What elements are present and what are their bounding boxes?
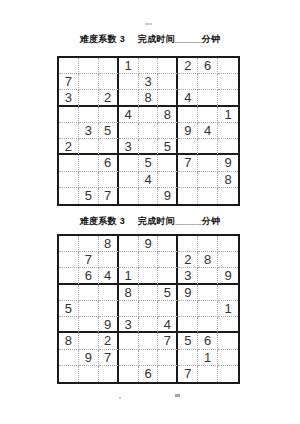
cell-r2c7 [178, 74, 198, 90]
cell-r8c8 [198, 172, 218, 188]
difficulty-label: 难度系数 3 [80, 34, 125, 44]
cell-r1c3 [99, 58, 119, 74]
cell-r5c7: 9 [178, 123, 198, 139]
cell-r1c8: 6 [198, 58, 218, 74]
cell-r4c8 [198, 107, 218, 123]
cell-r4c4: 8 [119, 285, 139, 301]
cell-r4c3 [99, 285, 119, 301]
cell-r7c5 [139, 333, 159, 349]
cell-r7c8 [198, 155, 218, 171]
cell-r4c3 [99, 107, 119, 123]
cell-r7c9 [218, 333, 238, 349]
cell-r3c8 [198, 90, 218, 106]
cell-r5c1 [59, 123, 79, 139]
cell-r5c9: 1 [218, 301, 238, 317]
cell-r2c9 [218, 252, 238, 268]
cell-r6c8 [198, 139, 218, 155]
cell-r1c1 [59, 58, 79, 74]
cell-r6c8 [198, 317, 218, 333]
cell-r3c4: 1 [119, 268, 139, 284]
cell-r9c5 [139, 188, 159, 204]
cell-r3c9 [218, 90, 238, 106]
cell-r4c9 [218, 285, 238, 301]
cell-r9c4 [119, 366, 139, 382]
cell-r1c5 [139, 58, 159, 74]
scan-artifact [119, 397, 121, 399]
cell-r4c2 [79, 107, 99, 123]
cell-r2c3 [99, 252, 119, 268]
cell-r9c1 [59, 366, 79, 382]
puzzle-2-header: 难度系数 3完成时间_____分钟 [0, 215, 300, 228]
cell-r1c1 [59, 236, 79, 252]
cell-r9c6 [158, 366, 178, 382]
cell-r8c4 [119, 350, 139, 366]
cell-r5c4 [119, 123, 139, 139]
cell-r8c8: 1 [198, 350, 218, 366]
cell-r8c9 [218, 350, 238, 366]
completion-time-label: 完成时间 [138, 34, 175, 44]
completion-time-label: 完成时间 [138, 216, 175, 226]
sudoku-worksheet-page: 难度系数 3完成时间_____分钟 1267332844813594235657… [0, 0, 300, 424]
minutes-label: 分钟 [202, 216, 221, 226]
cell-r8c3: 7 [99, 350, 119, 366]
cell-r6c1 [59, 317, 79, 333]
cell-r2c4 [119, 74, 139, 90]
cell-r6c7 [178, 317, 198, 333]
cell-r8c9: 8 [218, 172, 238, 188]
cell-r4c1 [59, 285, 79, 301]
cell-r9c7: 7 [178, 366, 198, 382]
cell-r6c6: 5 [158, 139, 178, 155]
cell-r1c6 [158, 236, 178, 252]
cell-r9c8 [198, 366, 218, 382]
cell-r5c9 [218, 123, 238, 139]
cell-r3c5 [139, 268, 159, 284]
cell-r5c3: 5 [99, 123, 119, 139]
blank-line: _____ [175, 34, 202, 44]
cell-r8c3 [99, 172, 119, 188]
cell-r6c4: 3 [119, 139, 139, 155]
cell-r6c9 [218, 317, 238, 333]
cell-r3c1 [59, 268, 79, 284]
cell-r3c7: 4 [178, 90, 198, 106]
cell-r7c6 [158, 155, 178, 171]
cell-r2c4 [119, 252, 139, 268]
cell-r6c1: 2 [59, 139, 79, 155]
cell-r2c5: 3 [139, 74, 159, 90]
cell-r7c8: 6 [198, 333, 218, 349]
cell-r2c8: 8 [198, 252, 218, 268]
cell-r4c7 [178, 107, 198, 123]
cell-r4c5 [139, 285, 159, 301]
cell-r2c6 [158, 252, 178, 268]
cell-r9c8 [198, 188, 218, 204]
cell-r9c9 [218, 366, 238, 382]
cell-r3c6 [158, 90, 178, 106]
cell-r2c8 [198, 74, 218, 90]
cell-r5c2: 3 [79, 123, 99, 139]
cell-r3c2 [79, 90, 99, 106]
cell-r9c3: 7 [99, 188, 119, 204]
cell-r1c8 [198, 236, 218, 252]
cell-r8c6 [158, 350, 178, 366]
cell-r3c6 [158, 268, 178, 284]
cell-r2c3 [99, 74, 119, 90]
cell-r7c2 [79, 333, 99, 349]
sudoku-grid-2: 8972864139859519348275697167 [57, 234, 240, 384]
cell-r7c7: 5 [178, 333, 198, 349]
cell-r3c7: 3 [178, 268, 198, 284]
scan-artifact [175, 394, 180, 397]
cell-r5c8 [198, 301, 218, 317]
cell-r1c6 [158, 58, 178, 74]
cell-r4c9: 1 [218, 107, 238, 123]
cell-r4c6: 5 [158, 285, 178, 301]
cell-r2c5 [139, 252, 159, 268]
cell-r2c6 [158, 74, 178, 90]
cell-r5c8: 4 [198, 123, 218, 139]
cell-r9c2: 5 [79, 188, 99, 204]
cell-r1c9 [218, 58, 238, 74]
cell-r3c3: 4 [99, 268, 119, 284]
cell-r1c2 [79, 58, 99, 74]
cell-r3c1: 3 [59, 90, 79, 106]
cell-r1c9 [218, 236, 238, 252]
cell-r3c8 [198, 268, 218, 284]
cell-r3c2: 6 [79, 268, 99, 284]
cell-r8c6 [158, 172, 178, 188]
cell-r1c5: 9 [139, 236, 159, 252]
cell-r9c1 [59, 188, 79, 204]
cell-r7c6: 7 [158, 333, 178, 349]
cell-r5c5 [139, 123, 159, 139]
cell-r5c7 [178, 301, 198, 317]
cell-r9c4 [119, 188, 139, 204]
difficulty-label: 难度系数 3 [80, 216, 125, 226]
cell-r4c5 [139, 107, 159, 123]
cell-r1c4: 1 [119, 58, 139, 74]
cell-r4c4: 4 [119, 107, 139, 123]
cell-r7c3: 6 [99, 155, 119, 171]
cell-r8c5: 4 [139, 172, 159, 188]
cell-r3c5: 8 [139, 90, 159, 106]
cell-r6c5 [139, 317, 159, 333]
cell-r6c3: 9 [99, 317, 119, 333]
cell-r6c5 [139, 139, 159, 155]
cell-r7c3: 2 [99, 333, 119, 349]
cell-r3c4 [119, 90, 139, 106]
cell-r8c5 [139, 350, 159, 366]
cell-r9c7 [178, 188, 198, 204]
cell-r6c6: 4 [158, 317, 178, 333]
cell-r5c6 [158, 123, 178, 139]
cell-r1c2 [79, 236, 99, 252]
cell-r5c2 [79, 301, 99, 317]
cell-r8c1 [59, 350, 79, 366]
cell-r2c2 [79, 74, 99, 90]
cell-r5c1: 5 [59, 301, 79, 317]
cell-r7c4 [119, 155, 139, 171]
cell-r6c2 [79, 139, 99, 155]
scan-artifact [145, 23, 152, 25]
cell-r7c1: 8 [59, 333, 79, 349]
cell-r6c9 [218, 139, 238, 155]
cell-r1c7: 2 [178, 58, 198, 74]
cell-r9c6: 9 [158, 188, 178, 204]
cell-r7c4 [119, 333, 139, 349]
cell-r7c5: 5 [139, 155, 159, 171]
cell-r3c3: 2 [99, 90, 119, 106]
cell-r4c6: 8 [158, 107, 178, 123]
cell-r7c2 [79, 155, 99, 171]
cell-r3c9: 9 [218, 268, 238, 284]
cell-r8c7 [178, 350, 198, 366]
cell-r9c3 [99, 366, 119, 382]
cell-r8c2: 9 [79, 350, 99, 366]
cell-r1c4 [119, 236, 139, 252]
cell-r6c3 [99, 139, 119, 155]
cell-r4c2 [79, 285, 99, 301]
cell-r9c9 [218, 188, 238, 204]
cell-r7c7: 7 [178, 155, 198, 171]
cell-r8c7 [178, 172, 198, 188]
cell-r5c3 [99, 301, 119, 317]
cell-r8c4 [119, 172, 139, 188]
cell-r4c8 [198, 285, 218, 301]
sudoku-grid-1: 1267332844813594235657948579 [57, 56, 240, 206]
cell-r5c5 [139, 301, 159, 317]
cell-r4c1 [59, 107, 79, 123]
blank-line: _____ [175, 216, 202, 226]
minutes-label: 分钟 [202, 34, 221, 44]
cell-r9c5: 6 [139, 366, 159, 382]
cell-r6c7 [178, 139, 198, 155]
cell-r9c2 [79, 366, 99, 382]
cell-r4c7: 9 [178, 285, 198, 301]
cell-r2c7: 2 [178, 252, 198, 268]
puzzle-1-header: 难度系数 3完成时间_____分钟 [0, 33, 300, 46]
cell-r2c9 [218, 74, 238, 90]
cell-r7c9: 9 [218, 155, 238, 171]
cell-r8c1 [59, 172, 79, 188]
cell-r5c6 [158, 301, 178, 317]
cell-r5c4 [119, 301, 139, 317]
cell-r2c1 [59, 252, 79, 268]
cell-r1c3: 8 [99, 236, 119, 252]
cell-r7c1 [59, 155, 79, 171]
cell-r8c2 [79, 172, 99, 188]
cell-r1c7 [178, 236, 198, 252]
cell-r6c2 [79, 317, 99, 333]
cell-r2c1: 7 [59, 74, 79, 90]
cell-r6c4: 3 [119, 317, 139, 333]
cell-r2c2: 7 [79, 252, 99, 268]
